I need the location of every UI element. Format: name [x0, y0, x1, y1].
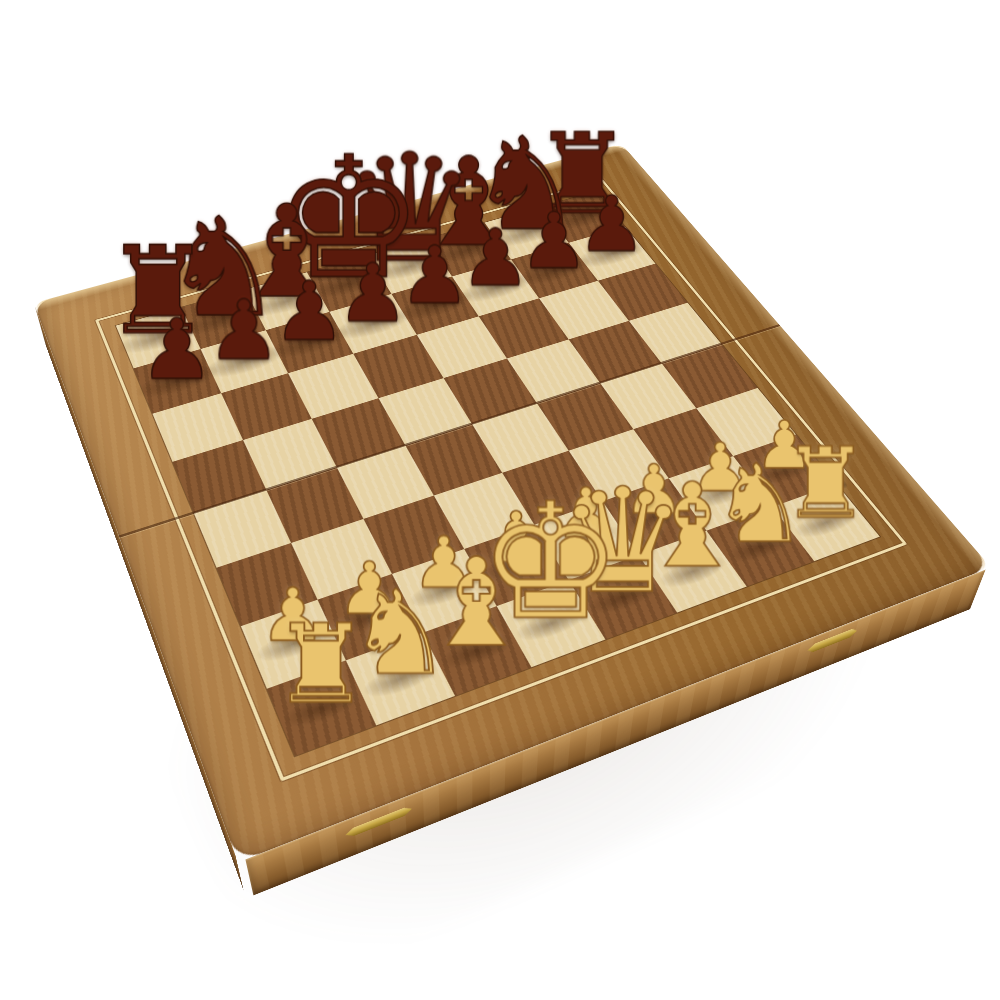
white-rook-glyph: ♜	[191, 611, 451, 720]
chessboard-scene: ♜♞♝♚♛♝♞♜♟♟♟♟♟♟♟♟♟♟♟♟♟♟♟♟♜♞♝♚♛♝♞♜	[112, 64, 832, 784]
photo-background: Chess ♜♞♝♚♛♝♞♜♟♟♟♟♟♟♟♟♟♟♟♟♟♟♟♟♜♞♝♚♛♝♞♜	[0, 0, 1000, 1000]
folding-chess-box: ♜♞♝♚♛♝♞♜♟♟♟♟♟♟♟♟♟♟♟♟♟♟♟♟♜♞♝♚♛♝♞♜	[34, 144, 991, 863]
